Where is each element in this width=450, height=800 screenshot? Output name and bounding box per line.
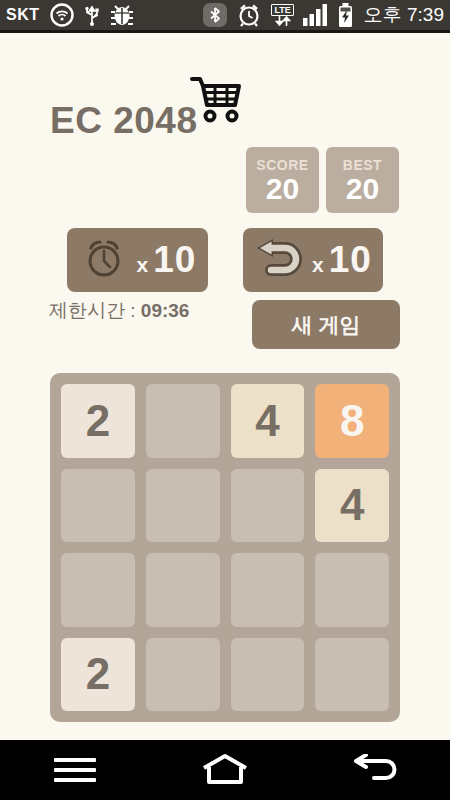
undo-multiplier-prefix: x [312, 253, 324, 277]
android-status-bar: SKT LTE [0, 0, 450, 33]
carrier-label: SKT [6, 6, 40, 24]
tile-r3c2 [231, 638, 305, 712]
home-icon [200, 753, 250, 788]
time-count: 10 [153, 239, 196, 281]
signal-strength-icon [303, 4, 329, 26]
tile-r1c3: 4 [315, 469, 389, 543]
shopping-cart-icon[interactable] [189, 73, 245, 129]
tile-r1c1 [146, 469, 220, 543]
tile-r0c0: 2 [61, 384, 135, 458]
add-time-button[interactable]: x 10 [67, 228, 208, 292]
undo-arrow-icon [254, 235, 304, 286]
android-nav-bar [0, 740, 450, 800]
back-nav-button[interactable] [300, 740, 450, 800]
time-multiplier-prefix: x [137, 253, 149, 277]
tile-r1c0 [61, 469, 135, 543]
tile-r2c1 [146, 553, 220, 627]
best-box: BEST 20 [326, 147, 399, 213]
alarm-clock-icon [79, 234, 129, 287]
best-label: BEST [343, 157, 382, 173]
tile-r0c2: 4 [231, 384, 305, 458]
app-title: EC 2048 [50, 100, 198, 142]
tile-r1c2 [231, 469, 305, 543]
tile-r0c3: 8 [315, 384, 389, 458]
score-label: SCORE [256, 157, 308, 173]
usb-debugging-bug-icon [109, 3, 135, 27]
new-game-button[interactable]: 새 게임 [252, 300, 400, 349]
alarm-status-icon [236, 2, 262, 28]
tile-r3c3 [315, 638, 389, 712]
game-board[interactable]: 2 4 8 4 2 [50, 373, 400, 722]
score-box: SCORE 20 [246, 147, 319, 213]
time-limit-text: 제한시간 : 09:36 [49, 298, 189, 324]
home-nav-button[interactable] [150, 740, 300, 800]
time-limit-value: 09:36 [141, 300, 190, 321]
score-value: 20 [266, 174, 299, 204]
menu-icon [54, 758, 96, 782]
time-limit-label: 제한시간 : [49, 300, 136, 321]
best-value: 20 [346, 174, 379, 204]
tile-r3c0: 2 [61, 638, 135, 712]
wifi-icon [49, 2, 75, 28]
back-icon [352, 754, 398, 787]
tile-r2c2 [231, 553, 305, 627]
tile-r3c1 [146, 638, 220, 712]
clock-time: 오후 7:39 [364, 2, 444, 28]
tile-r2c0 [61, 553, 135, 627]
bluetooth-icon [203, 3, 227, 27]
tile-r0c1 [146, 384, 220, 458]
undo-button[interactable]: x 10 [243, 228, 383, 292]
menu-nav-button[interactable] [0, 740, 150, 800]
battery-charging-icon [338, 3, 353, 28]
tile-r2c3 [315, 553, 389, 627]
lte-network-icon: LTE [271, 4, 293, 26]
phone-screen: SKT LTE [0, 0, 450, 800]
undo-count: 10 [329, 239, 372, 281]
usb-icon [84, 3, 100, 27]
